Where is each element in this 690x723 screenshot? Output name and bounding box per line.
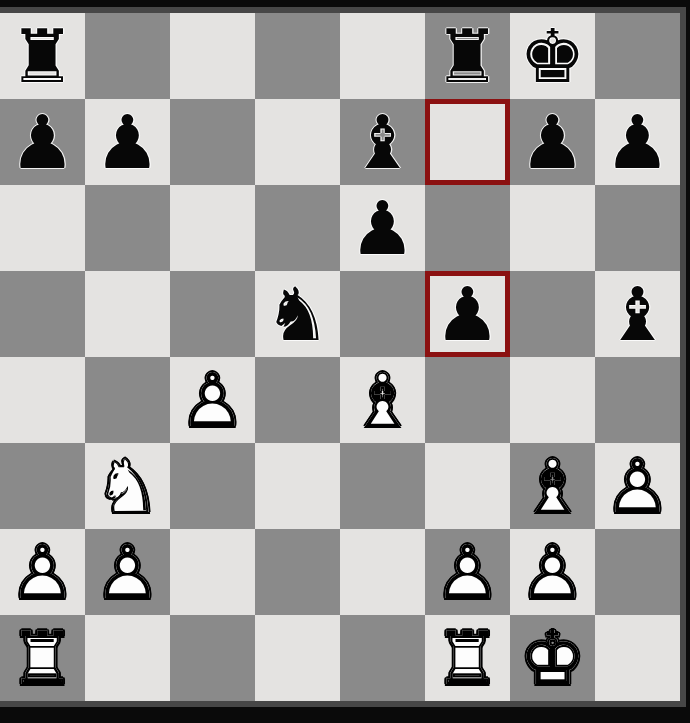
piece-outline-glyph: ♙ (9, 529, 75, 615)
square-e1[interactable] (340, 615, 425, 701)
piece-fill-glyph: ♜ (9, 13, 75, 99)
square-g6[interactable] (510, 185, 595, 271)
square-f8[interactable]: ♜ (425, 13, 510, 99)
piece-outline-glyph: ♖ (434, 615, 500, 701)
square-a3[interactable] (0, 443, 85, 529)
square-c5[interactable] (170, 271, 255, 357)
black-knight-d5[interactable]: ♞ (255, 271, 340, 357)
square-g2[interactable]: ♟♙ (510, 529, 595, 615)
piece-fill-glyph: ♟ (519, 99, 585, 185)
piece-outline-glyph: ♘ (94, 443, 160, 529)
piece-fill-glyph: ♟ (434, 271, 500, 357)
square-e7[interactable]: ♝ (340, 99, 425, 185)
square-c2[interactable] (170, 529, 255, 615)
white-pawn-b2[interactable]: ♟♙ (85, 529, 170, 615)
black-pawn-g7[interactable]: ♟ (510, 99, 595, 185)
square-f1[interactable]: ♜♖ (425, 615, 510, 701)
square-c4[interactable]: ♟♙ (170, 357, 255, 443)
square-c6[interactable] (170, 185, 255, 271)
square-g4[interactable] (510, 357, 595, 443)
piece-outline-glyph: ♙ (179, 357, 245, 443)
square-h7[interactable]: ♟ (595, 99, 680, 185)
white-pawn-g2[interactable]: ♟♙ (510, 529, 595, 615)
chess-app-screen: ♜♜♚♟♟♝♟♟♟♞♟♝♟♙♝♗♞♘♝♗♟♙♟♙♟♙♟♙♟♙♜♖♜♖♚♔ (0, 0, 690, 723)
square-c8[interactable] (170, 13, 255, 99)
square-f6[interactable] (425, 185, 510, 271)
square-d7[interactable] (255, 99, 340, 185)
square-g1[interactable]: ♚♔ (510, 615, 595, 701)
square-b1[interactable] (85, 615, 170, 701)
piece-fill-glyph: ♟ (94, 99, 160, 185)
square-b2[interactable]: ♟♙ (85, 529, 170, 615)
square-h6[interactable] (595, 185, 680, 271)
black-king-g8[interactable]: ♚ (510, 13, 595, 99)
black-pawn-f5[interactable]: ♟ (425, 271, 510, 357)
square-e3[interactable] (340, 443, 425, 529)
piece-outline-glyph: ♙ (519, 529, 585, 615)
square-d8[interactable] (255, 13, 340, 99)
square-c3[interactable] (170, 443, 255, 529)
square-a1[interactable]: ♜♖ (0, 615, 85, 701)
white-pawn-f2[interactable]: ♟♙ (425, 529, 510, 615)
square-d3[interactable] (255, 443, 340, 529)
square-e8[interactable] (340, 13, 425, 99)
piece-fill-glyph: ♝ (604, 271, 670, 357)
piece-fill-glyph: ♞ (264, 271, 330, 357)
white-pawn-a2[interactable]: ♟♙ (0, 529, 85, 615)
square-a2[interactable]: ♟♙ (0, 529, 85, 615)
square-f3[interactable] (425, 443, 510, 529)
piece-outline-glyph: ♔ (519, 615, 585, 701)
piece-fill-glyph: ♜ (434, 13, 500, 99)
square-b3[interactable]: ♞♘ (85, 443, 170, 529)
square-a8[interactable]: ♜ (0, 13, 85, 99)
piece-fill-glyph: ♝ (349, 99, 415, 185)
square-h3[interactable]: ♟♙ (595, 443, 680, 529)
square-h4[interactable] (595, 357, 680, 443)
white-rook-f1[interactable]: ♜♖ (425, 615, 510, 701)
square-e5[interactable] (340, 271, 425, 357)
square-a7[interactable]: ♟ (0, 99, 85, 185)
square-h1[interactable] (595, 615, 680, 701)
black-rook-f8[interactable]: ♜ (425, 13, 510, 99)
square-g8[interactable]: ♚ (510, 13, 595, 99)
white-knight-b3[interactable]: ♞♘ (85, 443, 170, 529)
piece-outline-glyph: ♗ (349, 357, 415, 443)
square-e4[interactable]: ♝♗ (340, 357, 425, 443)
piece-fill-glyph: ♚ (519, 13, 585, 99)
square-h2[interactable] (595, 529, 680, 615)
black-pawn-h7[interactable]: ♟ (595, 99, 680, 185)
square-d5[interactable]: ♞ (255, 271, 340, 357)
square-b6[interactable] (85, 185, 170, 271)
black-bishop-h5[interactable]: ♝ (595, 271, 680, 357)
square-f7[interactable] (425, 99, 510, 185)
white-bishop-g3[interactable]: ♝♗ (510, 443, 595, 529)
square-d1[interactable] (255, 615, 340, 701)
piece-fill-glyph: ♟ (349, 185, 415, 271)
square-h8[interactable] (595, 13, 680, 99)
white-pawn-h3[interactable]: ♟♙ (595, 443, 680, 529)
square-e6[interactable]: ♟ (340, 185, 425, 271)
square-g5[interactable] (510, 271, 595, 357)
square-a6[interactable] (0, 185, 85, 271)
square-c1[interactable] (170, 615, 255, 701)
black-bishop-e7[interactable]: ♝ (340, 99, 425, 185)
piece-outline-glyph: ♗ (519, 443, 585, 529)
black-pawn-e6[interactable]: ♟ (340, 185, 425, 271)
square-b7[interactable]: ♟ (85, 99, 170, 185)
black-rook-a8[interactable]: ♜ (0, 13, 85, 99)
piece-fill-glyph: ♟ (9, 99, 75, 185)
white-king-g1[interactable]: ♚♔ (510, 615, 595, 701)
square-d6[interactable] (255, 185, 340, 271)
piece-outline-glyph: ♙ (604, 443, 670, 529)
square-f5[interactable]: ♟ (425, 271, 510, 357)
square-d2[interactable] (255, 529, 340, 615)
white-bishop-e4[interactable]: ♝♗ (340, 357, 425, 443)
piece-outline-glyph: ♙ (94, 529, 160, 615)
white-pawn-c4[interactable]: ♟♙ (170, 357, 255, 443)
square-g3[interactable]: ♝♗ (510, 443, 595, 529)
square-h5[interactable]: ♝ (595, 271, 680, 357)
square-c7[interactable] (170, 99, 255, 185)
square-b8[interactable] (85, 13, 170, 99)
square-d4[interactable] (255, 357, 340, 443)
piece-outline-glyph: ♙ (434, 529, 500, 615)
square-g7[interactable]: ♟ (510, 99, 595, 185)
chess-board: ♜♜♚♟♟♝♟♟♟♞♟♝♟♙♝♗♞♘♝♗♟♙♟♙♟♙♟♙♟♙♜♖♜♖♚♔ (0, 13, 680, 701)
square-a5[interactable] (0, 271, 85, 357)
square-f2[interactable]: ♟♙ (425, 529, 510, 615)
square-a4[interactable] (0, 357, 85, 443)
square-b4[interactable] (85, 357, 170, 443)
piece-fill-glyph: ♟ (604, 99, 670, 185)
square-b5[interactable] (85, 271, 170, 357)
black-pawn-b7[interactable]: ♟ (85, 99, 170, 185)
white-rook-a1[interactable]: ♜♖ (0, 615, 85, 701)
piece-outline-glyph: ♖ (9, 615, 75, 701)
square-e2[interactable] (340, 529, 425, 615)
square-f4[interactable] (425, 357, 510, 443)
black-pawn-a7[interactable]: ♟ (0, 99, 85, 185)
